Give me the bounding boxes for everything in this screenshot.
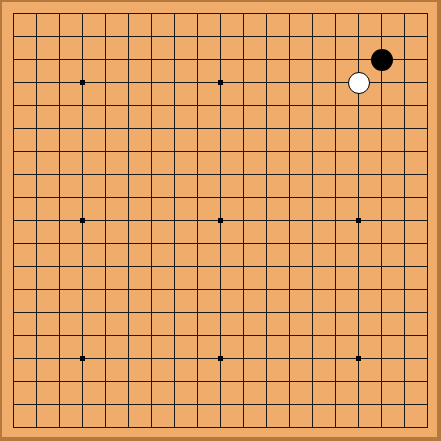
- board-point: [278, 232, 301, 255]
- board-point: [370, 416, 393, 439]
- board-point: [163, 140, 186, 163]
- board-point: [393, 347, 416, 370]
- board-point: [71, 301, 94, 324]
- board-point: [163, 255, 186, 278]
- board-point: [48, 209, 71, 232]
- board-point: [94, 94, 117, 117]
- board-point: [347, 140, 370, 163]
- board-point: [94, 209, 117, 232]
- board-point: [163, 347, 186, 370]
- white-stone: [348, 72, 370, 94]
- board-point: [347, 347, 370, 370]
- board-point: [301, 324, 324, 347]
- board-point: [301, 71, 324, 94]
- board-point: [278, 140, 301, 163]
- board-point: [324, 140, 347, 163]
- board-point: [278, 278, 301, 301]
- board-point: [48, 2, 71, 25]
- board-point: [186, 324, 209, 347]
- board-point: [25, 393, 48, 416]
- board-point: [48, 25, 71, 48]
- board-point: [163, 48, 186, 71]
- board-point: [117, 209, 140, 232]
- board-point: [2, 2, 25, 25]
- star-point: [80, 218, 85, 223]
- board-point: [140, 416, 163, 439]
- board-point: [232, 94, 255, 117]
- board-point: [255, 48, 278, 71]
- board-point: [255, 163, 278, 186]
- board-point: [2, 347, 25, 370]
- board-point: [2, 71, 25, 94]
- board-point: [324, 393, 347, 416]
- board-point: [370, 255, 393, 278]
- board-point: [255, 301, 278, 324]
- board-point: [255, 324, 278, 347]
- board-point: [186, 48, 209, 71]
- board-point: [94, 301, 117, 324]
- board-point: [324, 48, 347, 71]
- board-point: [416, 2, 439, 25]
- board-point: [71, 2, 94, 25]
- go-board: [0, 0, 441, 441]
- board-point: [117, 94, 140, 117]
- board-point: [117, 163, 140, 186]
- board-point: [48, 393, 71, 416]
- board-point: [2, 117, 25, 140]
- board-point: [163, 416, 186, 439]
- board-point: [48, 301, 71, 324]
- board-point: [232, 2, 255, 25]
- board-point: [324, 2, 347, 25]
- board-point: [140, 140, 163, 163]
- board-point: [278, 370, 301, 393]
- board-point: [2, 393, 25, 416]
- board-point: [393, 393, 416, 416]
- board-point: [117, 324, 140, 347]
- board-point: [393, 209, 416, 232]
- board-point: [324, 232, 347, 255]
- board-point: [255, 232, 278, 255]
- board-point: [255, 347, 278, 370]
- board-point: [25, 186, 48, 209]
- board-point: [163, 393, 186, 416]
- board-point: [347, 163, 370, 186]
- board-point: [48, 163, 71, 186]
- board-point: [370, 94, 393, 117]
- board-point: [301, 347, 324, 370]
- board-point: [2, 370, 25, 393]
- board-point: [25, 2, 48, 25]
- board-point: [25, 347, 48, 370]
- board-point: [393, 186, 416, 209]
- board-point: [347, 393, 370, 416]
- board-point: [117, 347, 140, 370]
- board-point: [186, 370, 209, 393]
- board-point: [140, 186, 163, 209]
- board-point: [25, 278, 48, 301]
- board-point: [94, 393, 117, 416]
- board-point: [209, 347, 232, 370]
- board-point: [48, 416, 71, 439]
- board-point: [140, 324, 163, 347]
- board-point: [25, 94, 48, 117]
- board-point: [209, 71, 232, 94]
- board-point: [94, 232, 117, 255]
- board-point: [393, 48, 416, 71]
- board-point: [140, 347, 163, 370]
- board-point: [117, 140, 140, 163]
- board-point: [117, 48, 140, 71]
- board-point: [232, 140, 255, 163]
- board-point: [416, 25, 439, 48]
- board-point: [48, 94, 71, 117]
- board-point: [209, 25, 232, 48]
- board-point: [255, 2, 278, 25]
- board-point: [393, 2, 416, 25]
- board-point: [209, 278, 232, 301]
- board-point: [140, 71, 163, 94]
- board-point: [117, 25, 140, 48]
- board-point: [2, 25, 25, 48]
- board-point: [48, 117, 71, 140]
- board-point: [278, 209, 301, 232]
- board-point: [140, 232, 163, 255]
- board-point: [278, 94, 301, 117]
- board-point: [209, 301, 232, 324]
- board-point: [25, 25, 48, 48]
- board-point: [209, 370, 232, 393]
- board-point: [232, 278, 255, 301]
- board-point: [140, 278, 163, 301]
- board-point: [2, 140, 25, 163]
- board-point: [186, 25, 209, 48]
- board-point: [2, 278, 25, 301]
- board-point: [140, 255, 163, 278]
- board-point: [255, 416, 278, 439]
- board-point: [94, 163, 117, 186]
- board-point: [324, 25, 347, 48]
- board-point: [25, 232, 48, 255]
- board-point: [324, 370, 347, 393]
- board-point: [416, 232, 439, 255]
- board-point: [370, 278, 393, 301]
- board-point: [301, 48, 324, 71]
- board-point: [186, 140, 209, 163]
- board-point: [255, 278, 278, 301]
- board-point: [393, 301, 416, 324]
- board-point: [140, 2, 163, 25]
- board-point: [278, 48, 301, 71]
- board-point: [48, 255, 71, 278]
- board-point: [232, 25, 255, 48]
- board-point: [163, 232, 186, 255]
- board-point: [71, 255, 94, 278]
- board-point: [232, 301, 255, 324]
- star-point: [218, 356, 223, 361]
- board-point: [301, 117, 324, 140]
- board-point: [94, 255, 117, 278]
- board-point: [140, 94, 163, 117]
- board-point: [416, 186, 439, 209]
- board-point: [48, 140, 71, 163]
- board-point: [232, 209, 255, 232]
- star-point: [80, 356, 85, 361]
- board-point: [278, 163, 301, 186]
- board-point: [347, 94, 370, 117]
- board-point: [163, 94, 186, 117]
- board-point: [209, 416, 232, 439]
- board-point: [163, 25, 186, 48]
- board-point: [347, 255, 370, 278]
- board-point: [255, 71, 278, 94]
- board-point: [278, 347, 301, 370]
- board-point: [94, 2, 117, 25]
- board-point: [25, 48, 48, 71]
- board-point: [209, 209, 232, 232]
- board-point: [416, 94, 439, 117]
- board-point: [71, 140, 94, 163]
- board-point: [71, 324, 94, 347]
- board-point: [301, 393, 324, 416]
- board-point: [163, 370, 186, 393]
- board-point: [209, 393, 232, 416]
- board-point: [232, 48, 255, 71]
- board-point: [71, 393, 94, 416]
- board-point: [186, 117, 209, 140]
- board-point: [301, 301, 324, 324]
- board-point: [140, 163, 163, 186]
- board-point: [278, 416, 301, 439]
- board-point: [347, 370, 370, 393]
- board-point: [416, 163, 439, 186]
- board-point: [370, 301, 393, 324]
- board-point: [2, 416, 25, 439]
- board-point: [48, 278, 71, 301]
- board-point: [71, 163, 94, 186]
- board-point: [25, 140, 48, 163]
- board-point: [232, 393, 255, 416]
- board-point: [48, 370, 71, 393]
- board-point: [301, 278, 324, 301]
- board-point: [140, 370, 163, 393]
- board-point: [370, 209, 393, 232]
- board-point: [255, 25, 278, 48]
- board-point: [370, 71, 393, 94]
- board-points: [2, 2, 439, 439]
- board-point: [324, 324, 347, 347]
- board-point: [232, 186, 255, 209]
- board-point: [370, 186, 393, 209]
- board-point: [71, 48, 94, 71]
- black-stone: [371, 49, 393, 71]
- board-point: [278, 255, 301, 278]
- board-point: [393, 163, 416, 186]
- board-point: [232, 347, 255, 370]
- board-point: [393, 25, 416, 48]
- board-point: [416, 117, 439, 140]
- board-point: [347, 48, 370, 71]
- board-point: [393, 117, 416, 140]
- board-point: [232, 370, 255, 393]
- board-point: [278, 324, 301, 347]
- board-point: [324, 209, 347, 232]
- board-point: [2, 324, 25, 347]
- star-point: [218, 218, 223, 223]
- board-point: [117, 393, 140, 416]
- board-point: [301, 2, 324, 25]
- board-point: [393, 94, 416, 117]
- board-point: [71, 71, 94, 94]
- board-point: [393, 278, 416, 301]
- board-point: [48, 71, 71, 94]
- board-point: [71, 232, 94, 255]
- board-point: [416, 71, 439, 94]
- board-point: [393, 370, 416, 393]
- board-point: [301, 163, 324, 186]
- board-point: [71, 278, 94, 301]
- board-point: [255, 186, 278, 209]
- board-point: [140, 48, 163, 71]
- board-point: [255, 370, 278, 393]
- board-point: [324, 186, 347, 209]
- board-point: [255, 255, 278, 278]
- board-point: [94, 370, 117, 393]
- board-point: [324, 347, 347, 370]
- board-point: [94, 117, 117, 140]
- board-point: [2, 186, 25, 209]
- board-point: [140, 301, 163, 324]
- board-point: [232, 232, 255, 255]
- board-point: [163, 278, 186, 301]
- board-point: [117, 232, 140, 255]
- star-point: [80, 80, 85, 85]
- board-point: [94, 416, 117, 439]
- board-point: [347, 117, 370, 140]
- board-point: [186, 416, 209, 439]
- board-point: [140, 209, 163, 232]
- board-point: [370, 140, 393, 163]
- board-point: [370, 48, 393, 71]
- board-point: [393, 232, 416, 255]
- board-point: [117, 255, 140, 278]
- board-point: [94, 278, 117, 301]
- board-point: [186, 278, 209, 301]
- star-point: [356, 218, 361, 223]
- board-point: [416, 255, 439, 278]
- board-point: [209, 324, 232, 347]
- board-point: [370, 2, 393, 25]
- board-point: [2, 255, 25, 278]
- board-point: [71, 209, 94, 232]
- board-point: [140, 25, 163, 48]
- board-point: [370, 393, 393, 416]
- board-point: [393, 416, 416, 439]
- board-point: [324, 255, 347, 278]
- board-point: [25, 324, 48, 347]
- board-point: [370, 347, 393, 370]
- board-point: [347, 2, 370, 25]
- board-point: [209, 186, 232, 209]
- board-point: [209, 117, 232, 140]
- board-point: [324, 117, 347, 140]
- board-point: [48, 186, 71, 209]
- board-point: [48, 232, 71, 255]
- board-point: [301, 255, 324, 278]
- board-point: [163, 186, 186, 209]
- board-point: [301, 416, 324, 439]
- board-point: [347, 25, 370, 48]
- board-point: [416, 301, 439, 324]
- board-point: [186, 186, 209, 209]
- board-point: [186, 301, 209, 324]
- board-point: [163, 163, 186, 186]
- board-point: [370, 324, 393, 347]
- board-point: [301, 140, 324, 163]
- star-point: [356, 356, 361, 361]
- board-point: [393, 140, 416, 163]
- board-point: [2, 301, 25, 324]
- board-point: [255, 117, 278, 140]
- board-point: [94, 140, 117, 163]
- board-point: [278, 393, 301, 416]
- board-point: [117, 71, 140, 94]
- board-point: [278, 25, 301, 48]
- board-point: [416, 324, 439, 347]
- board-point: [301, 25, 324, 48]
- board-point: [186, 255, 209, 278]
- board-point: [347, 324, 370, 347]
- board-point: [25, 71, 48, 94]
- board-point: [347, 301, 370, 324]
- board-point: [301, 232, 324, 255]
- board-point: [416, 48, 439, 71]
- board-point: [324, 278, 347, 301]
- board-point: [25, 117, 48, 140]
- board-point: [2, 232, 25, 255]
- board-point: [186, 2, 209, 25]
- board-point: [209, 140, 232, 163]
- board-point: [117, 301, 140, 324]
- board-point: [94, 71, 117, 94]
- board-point: [416, 370, 439, 393]
- board-point: [140, 117, 163, 140]
- board-point: [48, 324, 71, 347]
- board-point: [117, 370, 140, 393]
- board-point: [393, 71, 416, 94]
- board-point: [209, 94, 232, 117]
- board-point: [186, 393, 209, 416]
- board-point: [117, 416, 140, 439]
- board-point: [25, 209, 48, 232]
- board-point: [370, 370, 393, 393]
- board-point: [25, 370, 48, 393]
- board-point: [232, 71, 255, 94]
- board-point: [186, 163, 209, 186]
- board-point: [117, 117, 140, 140]
- board-point: [347, 416, 370, 439]
- board-point: [255, 140, 278, 163]
- board-point: [25, 416, 48, 439]
- board-point: [324, 94, 347, 117]
- board-point: [186, 71, 209, 94]
- board-point: [117, 278, 140, 301]
- board-point: [25, 255, 48, 278]
- board-point: [163, 71, 186, 94]
- board-point: [48, 347, 71, 370]
- board-point: [324, 163, 347, 186]
- board-point: [94, 48, 117, 71]
